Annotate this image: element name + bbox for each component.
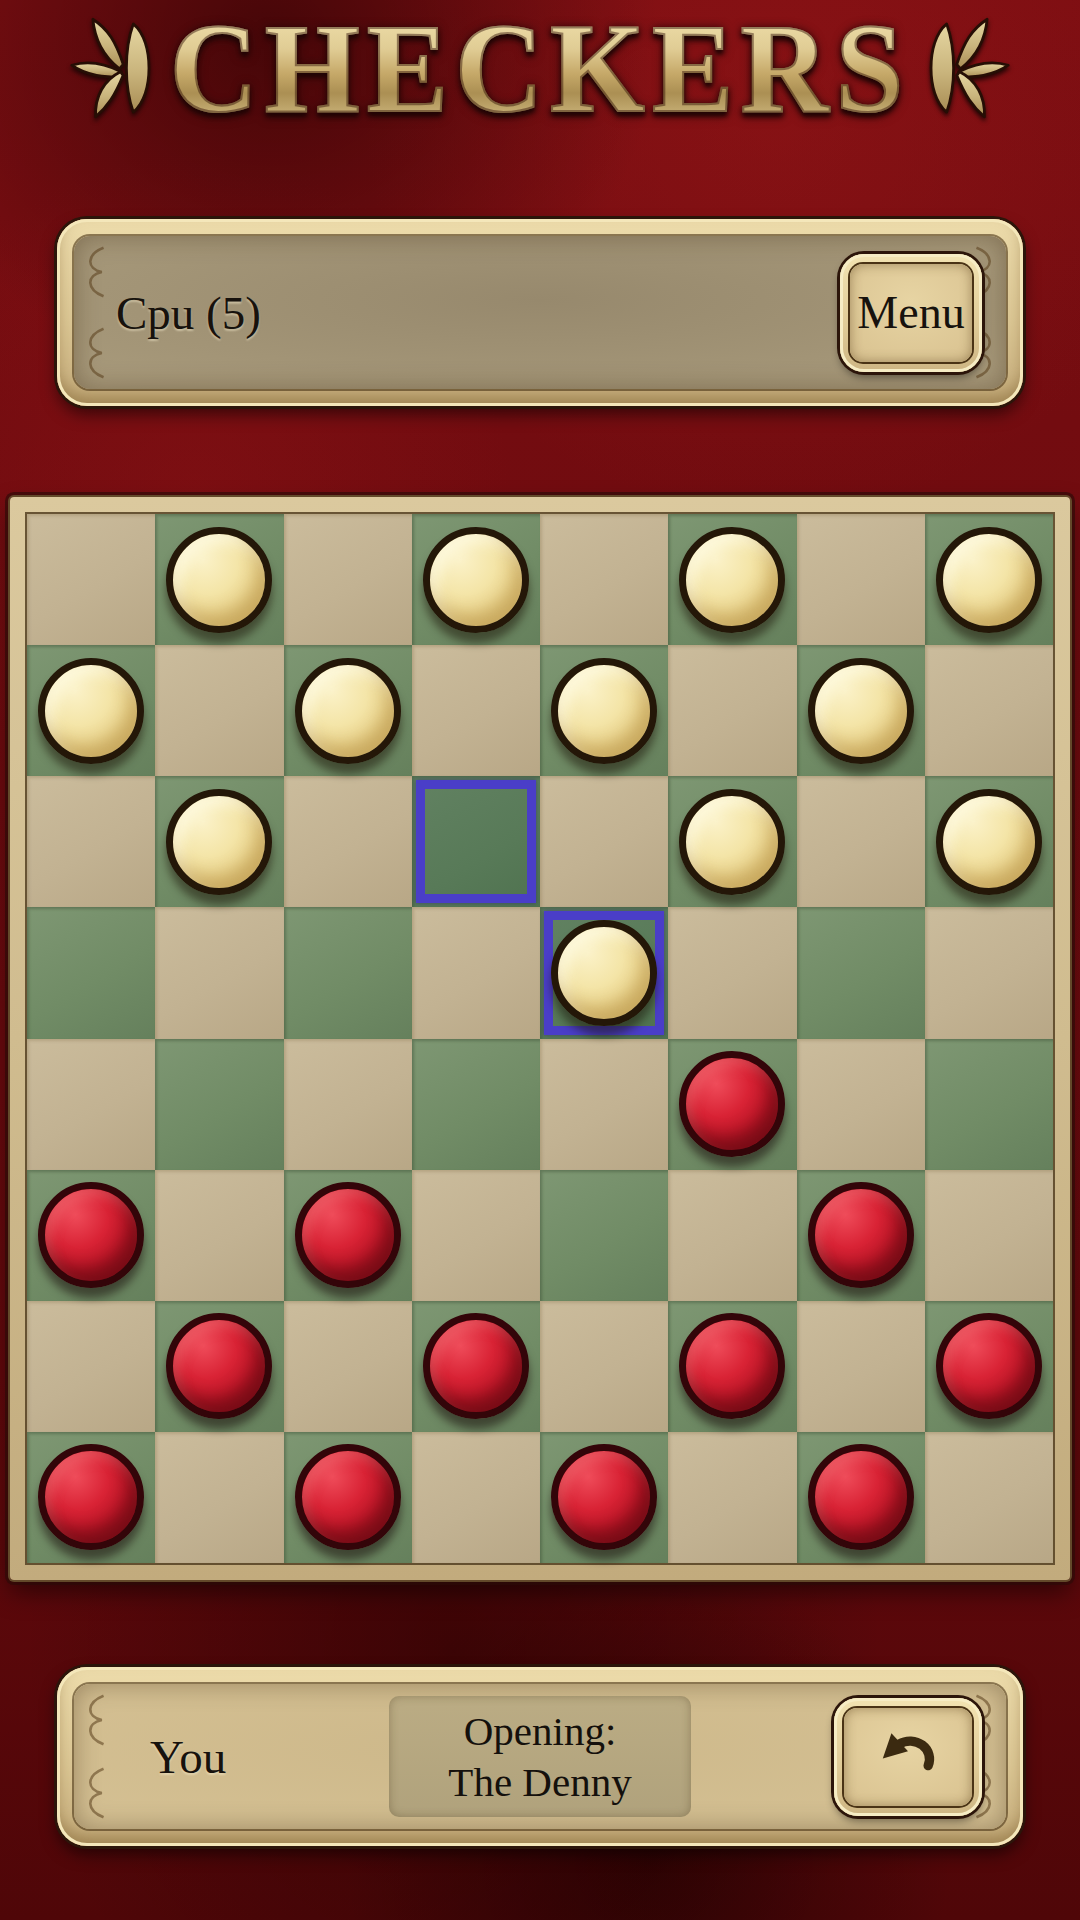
square-r3c3 — [284, 776, 412, 907]
cpu-piece[interactable] — [936, 527, 1042, 633]
square-r8c2 — [155, 1432, 283, 1563]
square-r2c3[interactable] — [284, 645, 412, 776]
square-r4c6 — [668, 907, 796, 1038]
square-r1c7 — [797, 514, 925, 645]
undo-arrow-icon — [870, 1721, 946, 1793]
square-r4c1[interactable] — [27, 907, 155, 1038]
square-r8c3[interactable] — [284, 1432, 412, 1563]
opening-label: Opening: — [464, 1706, 617, 1757]
square-r7c6[interactable] — [668, 1301, 796, 1432]
square-r8c7[interactable] — [797, 1432, 925, 1563]
square-r6c1[interactable] — [27, 1170, 155, 1301]
opening-info-box: Opening: The Denny — [389, 1696, 691, 1817]
square-r7c3 — [284, 1301, 412, 1432]
player-status-panel-inner: You Opening: The Denny — [74, 1684, 1006, 1829]
square-r3c4[interactable] — [412, 776, 540, 907]
square-r4c7[interactable] — [797, 907, 925, 1038]
square-r4c8 — [925, 907, 1053, 1038]
square-r8c5[interactable] — [540, 1432, 668, 1563]
square-r2c6 — [668, 645, 796, 776]
square-r2c5[interactable] — [540, 645, 668, 776]
undo-button[interactable] — [834, 1698, 982, 1816]
square-r6c5[interactable] — [540, 1170, 668, 1301]
player-piece[interactable] — [166, 1313, 272, 1419]
square-r5c2[interactable] — [155, 1039, 283, 1170]
cpu-piece[interactable] — [295, 658, 401, 764]
board-grid — [27, 514, 1053, 1563]
square-r6c2 — [155, 1170, 283, 1301]
player-piece[interactable] — [423, 1313, 529, 1419]
square-r3c1 — [27, 776, 155, 907]
corner-flourish-icon — [81, 325, 107, 381]
square-r8c8 — [925, 1432, 1053, 1563]
square-r5c1 — [27, 1039, 155, 1170]
square-r3c2[interactable] — [155, 776, 283, 907]
square-r5c7 — [797, 1039, 925, 1170]
player-piece[interactable] — [679, 1313, 785, 1419]
menu-button[interactable]: Menu — [840, 254, 982, 372]
corner-flourish-icon — [81, 1765, 107, 1821]
square-r7c2[interactable] — [155, 1301, 283, 1432]
square-r3c6[interactable] — [668, 776, 796, 907]
square-r8c4 — [412, 1432, 540, 1563]
player-piece[interactable] — [38, 1182, 144, 1288]
square-r2c1[interactable] — [27, 645, 155, 776]
square-r6c8 — [925, 1170, 1053, 1301]
checkers-app-screen: CHECKERS Cpu (5) Menu — [0, 0, 1080, 1920]
app-title: CHECKERS — [170, 5, 911, 132]
square-r1c2[interactable] — [155, 514, 283, 645]
square-r2c8 — [925, 645, 1053, 776]
square-r6c3[interactable] — [284, 1170, 412, 1301]
cpu-piece[interactable] — [679, 527, 785, 633]
cpu-status-panel: Cpu (5) Menu — [57, 219, 1023, 406]
player-piece[interactable] — [936, 1313, 1042, 1419]
player-piece[interactable] — [38, 1444, 144, 1550]
player-piece[interactable] — [295, 1182, 401, 1288]
square-r5c8[interactable] — [925, 1039, 1053, 1170]
square-r1c1 — [27, 514, 155, 645]
leaf-flourish-icon — [68, 16, 160, 120]
square-r2c2 — [155, 645, 283, 776]
square-r5c3 — [284, 1039, 412, 1170]
square-r5c6[interactable] — [668, 1039, 796, 1170]
player-piece[interactable] — [679, 1051, 785, 1157]
square-r4c5[interactable] — [540, 907, 668, 1038]
square-r8c1[interactable] — [27, 1432, 155, 1563]
player-piece[interactable] — [551, 1444, 657, 1550]
square-r1c3 — [284, 514, 412, 645]
square-r1c6[interactable] — [668, 514, 796, 645]
square-r4c4 — [412, 907, 540, 1038]
cpu-piece[interactable] — [679, 789, 785, 895]
square-r2c7[interactable] — [797, 645, 925, 776]
cpu-piece[interactable] — [166, 527, 272, 633]
player-piece[interactable] — [808, 1444, 914, 1550]
square-r2c4 — [412, 645, 540, 776]
player-piece[interactable] — [295, 1444, 401, 1550]
opening-name: The Denny — [448, 1757, 631, 1808]
cpu-status-panel-inner: Cpu (5) Menu — [74, 236, 1006, 389]
cpu-piece[interactable] — [423, 527, 529, 633]
square-r5c4[interactable] — [412, 1039, 540, 1170]
cpu-piece[interactable] — [808, 658, 914, 764]
square-r7c8[interactable] — [925, 1301, 1053, 1432]
square-r4c2 — [155, 907, 283, 1038]
cpu-piece[interactable] — [166, 789, 272, 895]
square-r6c6 — [668, 1170, 796, 1301]
title-bar: CHECKERS — [0, 2, 1080, 134]
cpu-piece[interactable] — [551, 920, 657, 1026]
square-r3c5 — [540, 776, 668, 907]
cpu-player-label: Cpu (5) — [116, 286, 261, 340]
square-r5c5 — [540, 1039, 668, 1170]
menu-button-label: Menu — [850, 264, 972, 362]
cpu-piece[interactable] — [936, 789, 1042, 895]
square-r7c4[interactable] — [412, 1301, 540, 1432]
square-r7c1 — [27, 1301, 155, 1432]
leaf-flourish-icon-mirrored — [920, 16, 1012, 120]
square-r4c3[interactable] — [284, 907, 412, 1038]
you-player-label: You — [150, 1730, 226, 1784]
square-r3c7 — [797, 776, 925, 907]
cpu-piece[interactable] — [38, 658, 144, 764]
corner-flourish-icon — [81, 244, 107, 300]
square-r1c5 — [540, 514, 668, 645]
square-r3c8[interactable] — [925, 776, 1053, 907]
square-r7c5 — [540, 1301, 668, 1432]
square-r1c8[interactable] — [925, 514, 1053, 645]
square-r1c4[interactable] — [412, 514, 540, 645]
square-r8c6 — [668, 1432, 796, 1563]
cpu-piece[interactable] — [551, 658, 657, 764]
checkers-board — [10, 497, 1070, 1580]
square-r6c4 — [412, 1170, 540, 1301]
corner-flourish-icon — [81, 1692, 107, 1748]
player-status-panel: You Opening: The Denny — [57, 1667, 1023, 1846]
square-r7c7 — [797, 1301, 925, 1432]
square-r6c7[interactable] — [797, 1170, 925, 1301]
player-piece[interactable] — [808, 1182, 914, 1288]
